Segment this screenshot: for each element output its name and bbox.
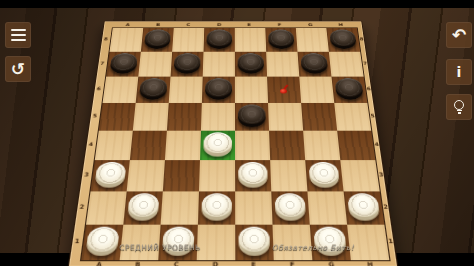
black-piece-e5[interactable] — [238, 108, 266, 128]
square-e2[interactable] — [235, 191, 272, 224]
square-f5[interactable] — [268, 103, 303, 131]
square-h3[interactable] — [340, 160, 379, 191]
rank-label-7: 7 — [100, 61, 105, 65]
file-label-d: D — [212, 261, 218, 266]
rank-label-5: 5 — [370, 113, 375, 118]
square-d4[interactable] — [200, 131, 235, 160]
square-b3[interactable] — [127, 160, 165, 191]
square-d7[interactable] — [203, 52, 235, 77]
square-h4[interactable] — [337, 131, 375, 160]
rank-label-8: 8 — [104, 37, 108, 41]
file-label-h: H — [338, 22, 343, 26]
square-e8[interactable] — [235, 28, 266, 52]
white-piece-a3[interactable] — [94, 166, 126, 188]
square-f6[interactable] — [267, 77, 301, 103]
square-a7[interactable] — [106, 52, 141, 77]
rank-label-8: 8 — [359, 37, 363, 41]
square-d2[interactable] — [198, 191, 235, 224]
white-piece-g3[interactable] — [309, 166, 340, 188]
file-label-e: E — [251, 261, 256, 266]
rank-label-3: 3 — [84, 172, 89, 178]
file-label-g: G — [328, 261, 334, 266]
square-a1[interactable] — [81, 225, 123, 260]
black-piece-d8[interactable] — [206, 32, 232, 49]
square-h8[interactable] — [326, 28, 360, 52]
white-piece-a1[interactable] — [85, 231, 119, 256]
square-a3[interactable] — [91, 160, 130, 191]
square-g5[interactable] — [301, 103, 337, 131]
must-capture-status: Обязательно Бить! — [272, 243, 354, 252]
info-icon: i — [457, 64, 462, 80]
square-g8[interactable] — [296, 28, 329, 52]
square-c3[interactable] — [163, 160, 200, 191]
square-c7[interactable] — [171, 52, 204, 77]
square-d5[interactable] — [201, 103, 235, 131]
square-c2[interactable] — [161, 191, 199, 224]
square-e3[interactable] — [235, 160, 271, 191]
square-e5[interactable] — [235, 103, 269, 131]
restart-circular-arrow-icon: ↺ — [11, 61, 25, 78]
white-piece-e1[interactable] — [239, 231, 271, 256]
rank-label-1: 1 — [388, 238, 394, 244]
black-piece-b6[interactable] — [139, 81, 167, 100]
info-button[interactable]: i — [446, 59, 472, 85]
square-f4[interactable] — [269, 131, 305, 160]
white-piece-h2[interactable] — [347, 197, 380, 221]
file-label-b: B — [156, 22, 160, 26]
square-g2[interactable] — [307, 191, 347, 224]
white-piece-f2[interactable] — [275, 197, 307, 221]
black-piece-f8[interactable] — [268, 32, 294, 49]
square-c6[interactable] — [169, 77, 203, 103]
square-f7[interactable] — [266, 52, 299, 77]
board-scene: AABBCCDDEEFFGGHH8877665544332211 — [0, 0, 474, 266]
square-b5[interactable] — [133, 103, 169, 131]
file-label-b: B — [135, 261, 141, 266]
square-c4[interactable] — [165, 131, 201, 160]
file-label-d: D — [217, 22, 222, 26]
square-g3[interactable] — [305, 160, 343, 191]
square-d3[interactable] — [199, 160, 235, 191]
rank-label-4: 4 — [88, 142, 93, 147]
board-grid — [80, 27, 391, 261]
white-piece-b2[interactable] — [127, 197, 159, 221]
lightbulb-icon — [454, 100, 465, 115]
square-e4[interactable] — [235, 131, 270, 160]
square-a4[interactable] — [95, 131, 133, 160]
square-c8[interactable] — [172, 28, 204, 52]
square-f2[interactable] — [271, 191, 310, 224]
restart-button[interactable]: ↺ — [5, 56, 31, 82]
white-piece-e3[interactable] — [238, 166, 268, 188]
square-e6[interactable] — [235, 77, 268, 103]
square-h6[interactable] — [331, 77, 367, 103]
hint-button[interactable] — [446, 94, 472, 120]
undo-curved-arrow-icon: ↶ — [452, 27, 466, 44]
square-g4[interactable] — [303, 131, 340, 160]
black-piece-d6[interactable] — [205, 81, 232, 100]
square-d8[interactable] — [204, 28, 235, 52]
black-piece-b8[interactable] — [144, 32, 171, 49]
file-label-e: E — [247, 22, 251, 26]
square-e1[interactable] — [235, 225, 274, 260]
white-piece-d4[interactable] — [203, 136, 232, 157]
square-b4[interactable] — [130, 131, 167, 160]
square-b6[interactable] — [136, 77, 171, 103]
square-d1[interactable] — [197, 225, 236, 260]
rank-label-2: 2 — [79, 204, 84, 210]
square-b2[interactable] — [123, 191, 163, 224]
square-h2[interactable] — [344, 191, 385, 224]
black-piece-e7[interactable] — [238, 56, 265, 74]
black-piece-a7[interactable] — [109, 56, 137, 74]
square-c5[interactable] — [167, 103, 202, 131]
black-piece-h6[interactable] — [335, 81, 364, 100]
rank-label-7: 7 — [363, 61, 368, 65]
file-label-f: F — [278, 22, 282, 26]
square-d6[interactable] — [202, 77, 235, 103]
file-label-g: G — [308, 22, 313, 26]
menu-button[interactable] — [5, 22, 31, 48]
file-label-h: H — [367, 261, 374, 266]
black-piece-h8[interactable] — [329, 32, 357, 49]
checkers-app-screen: AABBCCDDEEFFGGHH8877665544332211 ↺ ↶ i С… — [0, 0, 474, 266]
square-a8[interactable] — [110, 28, 144, 52]
square-b7[interactable] — [138, 52, 172, 77]
rank-label-6: 6 — [366, 86, 371, 91]
rank-label-5: 5 — [93, 113, 98, 118]
file-label-a: A — [125, 22, 130, 26]
file-label-f: F — [290, 261, 295, 266]
white-piece-d2[interactable] — [201, 197, 232, 221]
square-a5[interactable] — [99, 103, 136, 131]
undo-button[interactable]: ↶ — [446, 22, 472, 48]
file-label-c: C — [174, 261, 179, 266]
square-h7[interactable] — [329, 52, 364, 77]
square-g7[interactable] — [298, 52, 332, 77]
rank-label-3: 3 — [379, 172, 384, 178]
square-g6[interactable] — [299, 77, 334, 103]
black-piece-c7[interactable] — [174, 56, 201, 74]
square-f3[interactable] — [270, 160, 307, 191]
rank-label-1: 1 — [74, 238, 80, 244]
square-h5[interactable] — [334, 103, 371, 131]
square-b8[interactable] — [141, 28, 174, 52]
hamburger-icon — [11, 29, 26, 42]
black-piece-g7[interactable] — [301, 56, 329, 74]
board-frame: AABBCCDDEEFFGGHH8877665544332211 — [68, 21, 399, 266]
difficulty-status: СРЕДНИЙ УРОВЕНЬ — [119, 243, 200, 252]
square-a6[interactable] — [103, 77, 139, 103]
file-label-a: A — [96, 261, 102, 266]
square-a2[interactable] — [86, 191, 127, 224]
square-e7[interactable] — [235, 52, 267, 77]
file-label-c: C — [186, 22, 190, 26]
square-f8[interactable] — [265, 28, 297, 52]
rank-label-4: 4 — [374, 142, 379, 147]
rank-label-6: 6 — [96, 86, 101, 91]
rank-label-2: 2 — [383, 204, 388, 210]
